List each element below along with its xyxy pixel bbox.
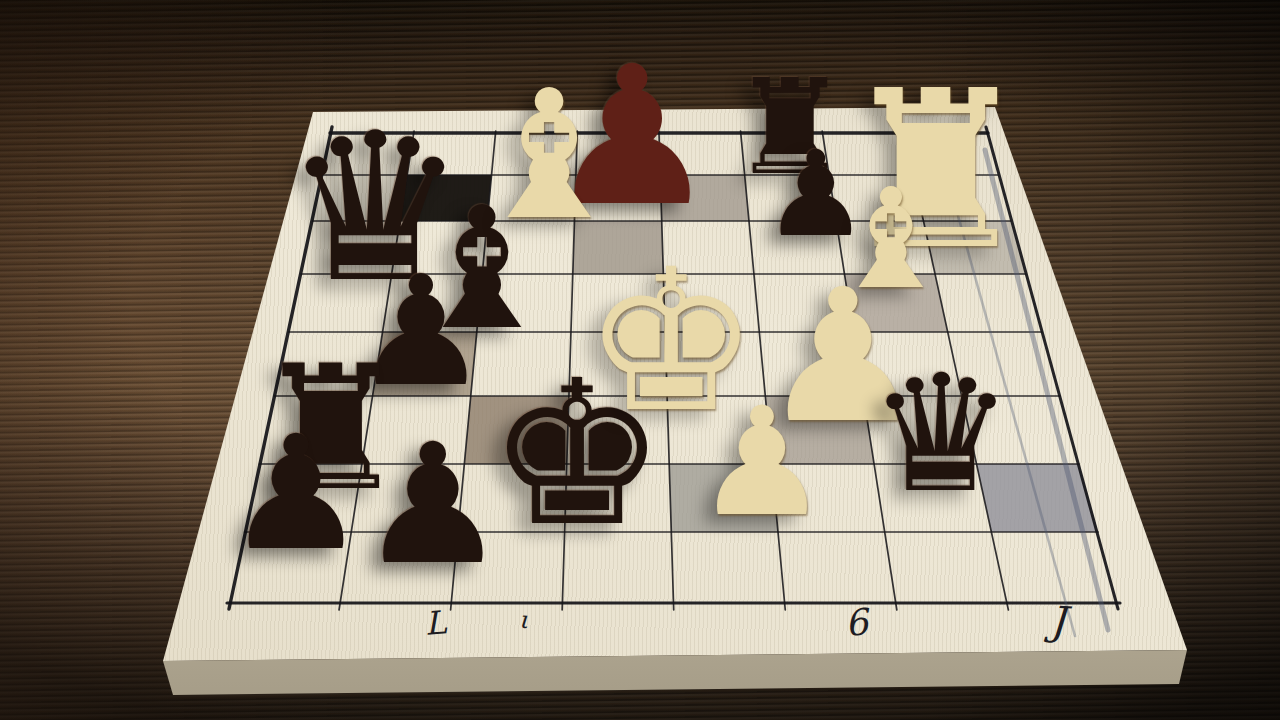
- chess-piece-black-pawn-b1[interactable]: ♟: [359, 426, 508, 584]
- board-mark: L: [424, 603, 448, 642]
- board-mark: J: [1049, 598, 1067, 645]
- chess-piece-white-bishop-c7[interactable]: ♝: [469, 71, 629, 240]
- chess-piece-black-queen-g2[interactable]: ♛: [868, 358, 1013, 512]
- chess-piece-black-pawn-a1[interactable]: ♟: [225, 418, 367, 568]
- board-mark: 6: [843, 601, 870, 644]
- chess-photo-scene: Lι6J ♛♝♟♜♟♟♚♟♝♜♟♜♝♚♟♟♛: [0, 0, 1280, 720]
- board-mark: ι: [518, 606, 529, 634]
- chess-piece-white-pawn-f2[interactable]: ♟: [695, 391, 829, 534]
